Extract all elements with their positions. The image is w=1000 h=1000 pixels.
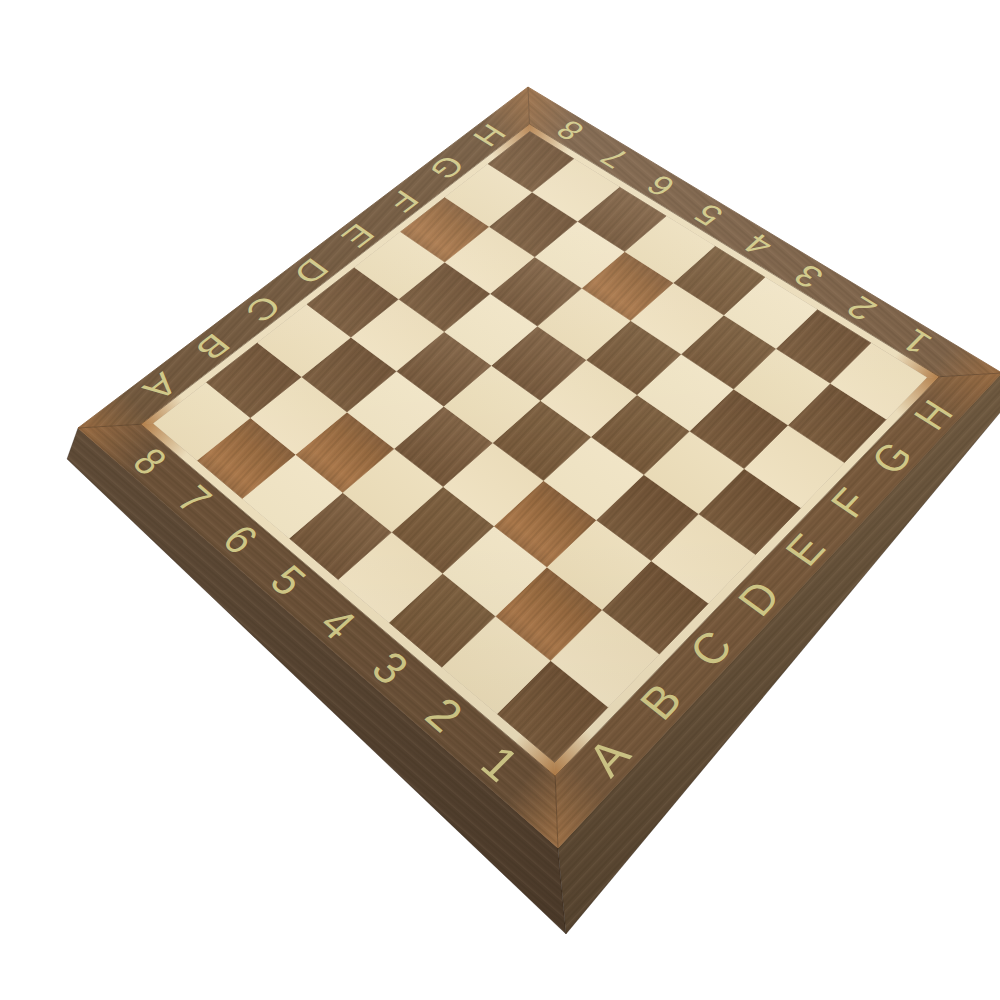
chessboard-photo: AABBCCDDEEFFGGHH1122334455667788 <box>40 16 1000 1000</box>
board-svg: AABBCCDDEEFFGGHH1122334455667788 <box>40 16 1000 1000</box>
lighting-overlay <box>78 87 1000 848</box>
